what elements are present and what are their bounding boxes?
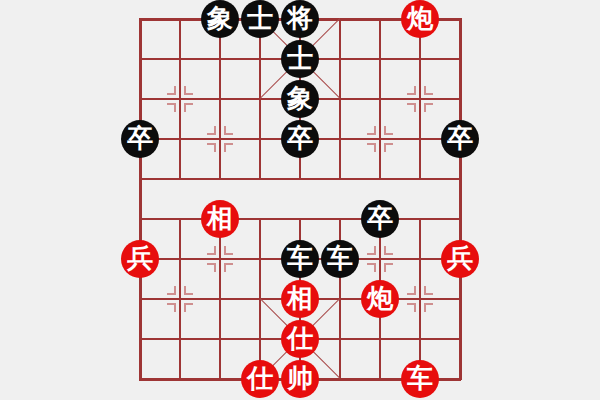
red-elephant[interactable]: 相 (281, 280, 319, 318)
point-marker (207, 263, 216, 272)
grid-line (219, 19, 221, 179)
point-marker (384, 126, 393, 135)
point-marker (207, 246, 216, 255)
black-soldier[interactable]: 卒 (441, 120, 479, 158)
red-soldier[interactable]: 兵 (121, 240, 159, 278)
point-marker (367, 126, 376, 135)
point-marker (424, 303, 433, 312)
point-marker (167, 86, 176, 95)
point-marker (184, 86, 193, 95)
black-advisor[interactable]: 士 (281, 40, 319, 78)
grid-line (459, 18, 462, 380)
point-marker (184, 286, 193, 295)
red-soldier[interactable]: 兵 (441, 240, 479, 278)
black-advisor[interactable]: 士 (241, 0, 279, 38)
red-chariot[interactable]: 车 (401, 360, 439, 398)
point-marker (184, 103, 193, 112)
black-general[interactable]: 将 (281, 0, 319, 38)
point-marker (224, 126, 233, 135)
red-cannon[interactable]: 炮 (361, 280, 399, 318)
point-marker (407, 303, 416, 312)
red-general[interactable]: 帅 (281, 360, 319, 398)
red-advisor[interactable]: 仕 (281, 320, 319, 358)
red-cannon[interactable]: 炮 (401, 0, 439, 38)
point-marker (367, 263, 376, 272)
black-soldier[interactable]: 卒 (361, 200, 399, 238)
point-marker (424, 286, 433, 295)
point-marker (384, 143, 393, 152)
grid-line (379, 19, 381, 179)
point-marker (167, 303, 176, 312)
black-chariot[interactable]: 车 (321, 240, 359, 278)
grid-line (219, 219, 221, 379)
point-marker (367, 143, 376, 152)
black-elephant[interactable]: 象 (201, 0, 239, 38)
point-marker (224, 143, 233, 152)
point-marker (207, 126, 216, 135)
red-advisor[interactable]: 仕 (241, 360, 279, 398)
grid-line (419, 19, 421, 179)
red-elephant[interactable]: 相 (201, 200, 239, 238)
point-marker (407, 86, 416, 95)
point-marker (407, 286, 416, 295)
grid-line (419, 219, 421, 379)
point-marker (207, 143, 216, 152)
black-soldier[interactable]: 卒 (121, 120, 159, 158)
black-soldier[interactable]: 卒 (281, 120, 319, 158)
screenshot-stage: 象士将炮士象卒卒卒相卒兵车车兵相炮仕仕帅车 (0, 0, 600, 400)
point-marker (224, 246, 233, 255)
point-marker (184, 303, 193, 312)
grid-line (179, 219, 181, 379)
point-marker (367, 246, 376, 255)
xiangqi-board: 象士将炮士象卒卒卒相卒兵车车兵相炮仕仕帅车 (0, 0, 600, 400)
point-marker (424, 86, 433, 95)
point-marker (224, 263, 233, 272)
black-elephant[interactable]: 象 (281, 80, 319, 118)
point-marker (407, 103, 416, 112)
grid-line (139, 18, 142, 380)
point-marker (167, 103, 176, 112)
grid-line (179, 19, 181, 179)
black-chariot[interactable]: 车 (281, 240, 319, 278)
point-marker (167, 286, 176, 295)
point-marker (384, 246, 393, 255)
point-marker (384, 263, 393, 272)
point-marker (424, 103, 433, 112)
